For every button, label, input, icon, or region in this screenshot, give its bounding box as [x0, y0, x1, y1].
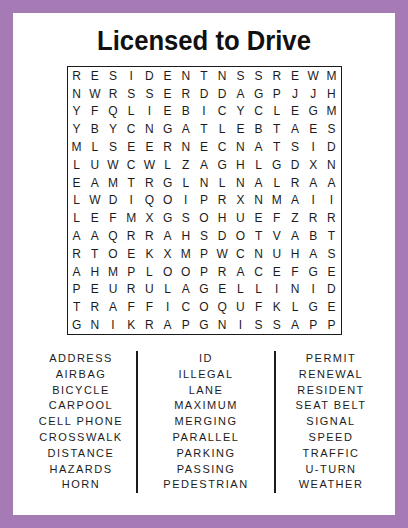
- grid-cell: G: [304, 103, 322, 121]
- word-item: SEAT BELT: [276, 398, 386, 414]
- word-list-column: PERMITRENEWALRESIDENTSEAT BELTSIGNALSPEE…: [276, 351, 386, 493]
- grid-cell: P: [304, 316, 322, 334]
- word-item: WEATHER: [276, 477, 386, 493]
- grid-cell: Q: [140, 192, 158, 210]
- grid-cell: P: [195, 263, 213, 281]
- grid-cell: L: [213, 174, 231, 192]
- grid-cell: C: [213, 138, 231, 156]
- puzzle-title: Licensed to Drive: [23, 26, 386, 57]
- word-item: PASSING: [138, 462, 274, 478]
- grid-cell: W: [213, 245, 231, 263]
- grid-cell: D: [104, 192, 122, 210]
- grid-cell: R: [159, 138, 177, 156]
- grid-cell: C: [250, 103, 268, 121]
- grid-cell: S: [104, 138, 122, 156]
- word-item: BICYCLE: [26, 383, 136, 399]
- grid-cell: S: [250, 316, 268, 334]
- grid-cell: W: [140, 156, 158, 174]
- grid-cell: G: [268, 156, 286, 174]
- grid-cell: M: [322, 67, 340, 85]
- grid-cell: A: [86, 227, 104, 245]
- grid-cell: G: [195, 316, 213, 334]
- grid-cell: U: [231, 298, 249, 316]
- grid-cell: A: [177, 120, 195, 138]
- grid-cell: L: [68, 192, 86, 210]
- word-item: ID: [138, 351, 274, 367]
- grid-cell: E: [86, 281, 104, 299]
- grid-cell: O: [195, 298, 213, 316]
- grid-cell: H: [86, 263, 104, 281]
- grid-cell: R: [68, 245, 86, 263]
- grid-cell: G: [250, 85, 268, 103]
- grid-cell: P: [122, 263, 140, 281]
- grid-cell: R: [213, 263, 231, 281]
- grid-cell: I: [122, 192, 140, 210]
- grid-cell: G: [159, 174, 177, 192]
- word-item: AIRBAG: [26, 367, 136, 383]
- word-item: PARALLEL: [138, 430, 274, 446]
- word-item: SIGNAL: [276, 414, 386, 430]
- grid-cell: X: [159, 245, 177, 263]
- grid-cell: S: [250, 67, 268, 85]
- word-item: ILLEGAL: [138, 367, 274, 383]
- grid-cell: E: [159, 103, 177, 121]
- grid-cell: A: [304, 245, 322, 263]
- grid-cell: D: [140, 67, 158, 85]
- grid-cell: T: [195, 67, 213, 85]
- grid-cell: D: [213, 85, 231, 103]
- grid-cell: K: [122, 316, 140, 334]
- grid-cell: E: [286, 67, 304, 85]
- grid-cell: W: [86, 85, 104, 103]
- grid-cell: L: [250, 281, 268, 299]
- grid-cell: H: [231, 156, 249, 174]
- grid-cell: Z: [286, 209, 304, 227]
- grid-cell: X: [304, 156, 322, 174]
- grid-cell: L: [140, 263, 158, 281]
- grid-cell: E: [86, 209, 104, 227]
- grid-cell: O: [104, 245, 122, 263]
- word-search-grid: RESIDENTNSSREWMNWRSSERDDAGPJJHYFQLIEBICY…: [67, 66, 342, 335]
- word-list-column: ADDRESSAIRBAGBICYCLECARPOOLCELL PHONECRO…: [26, 351, 136, 493]
- grid-cell: S: [195, 227, 213, 245]
- grid-cell: S: [268, 316, 286, 334]
- grid-cell: B: [250, 120, 268, 138]
- grid-cell: O: [231, 227, 249, 245]
- word-item: CROSSWALK: [26, 430, 136, 446]
- grid-cell: H: [177, 227, 195, 245]
- grid-cell: L: [286, 298, 304, 316]
- grid-cell: Z: [177, 156, 195, 174]
- word-item: RESIDENT: [276, 383, 386, 399]
- grid-cell: L: [213, 120, 231, 138]
- word-item: MAXIMUM: [138, 398, 274, 414]
- grid-cell: E: [122, 138, 140, 156]
- grid-cell: N: [250, 192, 268, 210]
- grid-cell: A: [159, 316, 177, 334]
- grid-cell: F: [286, 263, 304, 281]
- grid-cell: T: [268, 120, 286, 138]
- grid-cell: C: [250, 263, 268, 281]
- grid-cell: U: [268, 245, 286, 263]
- grid-cell: W: [104, 156, 122, 174]
- grid-cell: S: [231, 67, 249, 85]
- grid-cell: E: [122, 245, 140, 263]
- grid-cell: Q: [104, 227, 122, 245]
- grid-cell: F: [86, 103, 104, 121]
- grid-cell: R: [268, 67, 286, 85]
- grid-cell: L: [268, 174, 286, 192]
- grid-cell: P: [177, 316, 195, 334]
- grid-cell: N: [231, 138, 249, 156]
- word-item: U-TURN: [276, 462, 386, 478]
- grid-cell: X: [231, 192, 249, 210]
- grid-cell: A: [231, 263, 249, 281]
- grid-cell: O: [177, 263, 195, 281]
- grid-cell: X: [140, 209, 158, 227]
- grid-cell: C: [122, 156, 140, 174]
- grid-cell: Q: [213, 298, 231, 316]
- grid-cell: G: [195, 281, 213, 299]
- grid-cell: S: [104, 67, 122, 85]
- grid-cell: S: [322, 120, 340, 138]
- grid-cell: I: [177, 192, 195, 210]
- word-item: PERMIT: [276, 351, 386, 367]
- puzzle-sheet: Licensed to Drive RESIDENTNSSREWMNWRSSER…: [13, 13, 395, 515]
- grid-cell: P: [195, 245, 213, 263]
- grid-cell: B: [177, 103, 195, 121]
- grid-cell: R: [140, 227, 158, 245]
- grid-cell: I: [231, 316, 249, 334]
- grid-cell: T: [68, 298, 86, 316]
- word-item: PARKING: [138, 446, 274, 462]
- grid-cell: P: [322, 316, 340, 334]
- grid-cell: C: [231, 245, 249, 263]
- grid-cell: I: [322, 192, 340, 210]
- grid-cell: S: [140, 85, 158, 103]
- grid-cell: P: [68, 281, 86, 299]
- grid-cell: V: [268, 227, 286, 245]
- grid-cell: N: [231, 174, 249, 192]
- grid-cell: H: [213, 209, 231, 227]
- grid-cell: M: [104, 263, 122, 281]
- grid-cell: E: [86, 67, 104, 85]
- grid-cell: T: [195, 120, 213, 138]
- grid-cell: E: [322, 263, 340, 281]
- word-item: MERGING: [138, 414, 274, 430]
- grid-cell: N: [286, 281, 304, 299]
- grid-cell: E: [68, 174, 86, 192]
- grid-cell: U: [231, 209, 249, 227]
- grid-cell: U: [140, 281, 158, 299]
- grid-cell: P: [195, 192, 213, 210]
- grid-cell: L: [86, 138, 104, 156]
- grid-cell: K: [140, 245, 158, 263]
- grid-cell: D: [195, 85, 213, 103]
- grid-cell: B: [86, 120, 104, 138]
- grid-cell: L: [231, 281, 249, 299]
- grid-cell: L: [68, 209, 86, 227]
- grid-cell: Y: [68, 103, 86, 121]
- grid-cell: E: [250, 209, 268, 227]
- grid-cell: D: [322, 281, 340, 299]
- word-item: PEDESTRIAN: [138, 477, 274, 493]
- grid-cell: H: [286, 245, 304, 263]
- grid-cell: G: [68, 316, 86, 334]
- grid-cell: N: [250, 245, 268, 263]
- grid-cell: L: [68, 156, 86, 174]
- grid-cell: S: [177, 209, 195, 227]
- grid-cell: M: [322, 103, 340, 121]
- grid-cell: M: [104, 174, 122, 192]
- grid-cell: E: [304, 120, 322, 138]
- word-item: CELL PHONE: [26, 414, 136, 430]
- grid-cell: E: [268, 263, 286, 281]
- grid-cell: M: [68, 138, 86, 156]
- grid-cell: A: [322, 174, 340, 192]
- word-item: HORN: [26, 477, 136, 493]
- grid-cell: A: [177, 281, 195, 299]
- grid-cell: A: [104, 298, 122, 316]
- grid-cell: C: [122, 120, 140, 138]
- grid-cell: O: [195, 209, 213, 227]
- grid-cell: R: [322, 209, 340, 227]
- grid-cell: I: [304, 192, 322, 210]
- grid-cell: M: [177, 245, 195, 263]
- grid-cell: U: [104, 281, 122, 299]
- grid-cell: A: [159, 227, 177, 245]
- word-item: HAZARDS: [26, 462, 136, 478]
- grid-cell: A: [286, 227, 304, 245]
- grid-cell: R: [122, 281, 140, 299]
- grid-cell: A: [286, 316, 304, 334]
- grid-cell: G: [213, 156, 231, 174]
- grid-cell: F: [140, 298, 158, 316]
- grid-cell: G: [304, 263, 322, 281]
- grid-cell: I: [140, 103, 158, 121]
- grid-cell: E: [159, 67, 177, 85]
- grid-cell: R: [104, 85, 122, 103]
- grid-cell: I: [268, 281, 286, 299]
- grid-cell: R: [304, 209, 322, 227]
- grid-cell: I: [304, 138, 322, 156]
- grid-cell: K: [268, 298, 286, 316]
- grid-cell: T: [86, 245, 104, 263]
- grid-cell: R: [140, 174, 158, 192]
- grid-cell: I: [304, 281, 322, 299]
- grid-cell: R: [68, 67, 86, 85]
- grid-cell: P: [268, 85, 286, 103]
- grid-cell: T: [322, 227, 340, 245]
- grid-cell: T: [250, 227, 268, 245]
- grid-cell: D: [322, 138, 340, 156]
- grid-cell: F: [104, 209, 122, 227]
- word-item: SPEED: [276, 430, 386, 446]
- grid-cell: R: [177, 85, 195, 103]
- grid-cell: N: [195, 174, 213, 192]
- grid-cell: D: [213, 227, 231, 245]
- grid-cell: T: [122, 174, 140, 192]
- grid-cell: G: [159, 209, 177, 227]
- grid-cell: S: [322, 245, 340, 263]
- grid-cell: E: [286, 103, 304, 121]
- word-item: TRAFFIC: [276, 446, 386, 462]
- grid-cell: E: [231, 120, 249, 138]
- grid-cell: O: [159, 263, 177, 281]
- grid-cell: A: [250, 174, 268, 192]
- word-item: LANE: [138, 383, 274, 399]
- grid-cell: S: [286, 138, 304, 156]
- grid-cell: G: [304, 298, 322, 316]
- word-item: DISTANCE: [26, 446, 136, 462]
- grid-cell: N: [322, 156, 340, 174]
- grid-cell: Y: [104, 120, 122, 138]
- grid-cell: A: [286, 120, 304, 138]
- grid-cell: T: [268, 138, 286, 156]
- grid-cell: A: [195, 156, 213, 174]
- grid-cell: J: [286, 85, 304, 103]
- grid-cell: H: [322, 85, 340, 103]
- grid-cell: O: [159, 192, 177, 210]
- grid-cell: N: [68, 85, 86, 103]
- grid-cell: E: [159, 85, 177, 103]
- grid-cell: E: [195, 138, 213, 156]
- grid-cell: N: [213, 316, 231, 334]
- grid-cell: I: [195, 103, 213, 121]
- grid-cell: R: [86, 298, 104, 316]
- grid-cell: A: [250, 138, 268, 156]
- grid-cell: R: [122, 227, 140, 245]
- grid-cell: A: [231, 85, 249, 103]
- grid-cell: L: [250, 156, 268, 174]
- grid-cell: D: [286, 156, 304, 174]
- word-list: ADDRESSAIRBAGBICYCLECARPOOLCELL PHONECRO…: [26, 351, 382, 493]
- grid-cell: A: [68, 227, 86, 245]
- grid-cell: L: [177, 174, 195, 192]
- grid-cell: N: [177, 67, 195, 85]
- grid-cell: F: [268, 209, 286, 227]
- grid-cell: L: [159, 281, 177, 299]
- grid-cell: A: [286, 192, 304, 210]
- word-item: CARPOOL: [26, 398, 136, 414]
- grid-cell: F: [122, 298, 140, 316]
- grid-cell: J: [304, 85, 322, 103]
- grid-cell: N: [86, 316, 104, 334]
- grid-cell: C: [213, 103, 231, 121]
- grid-cell: E: [140, 138, 158, 156]
- grid-cell: M: [122, 209, 140, 227]
- grid-cell: Y: [68, 120, 86, 138]
- grid-cell: R: [140, 316, 158, 334]
- grid-cell: I: [159, 298, 177, 316]
- grid-cell: A: [68, 263, 86, 281]
- grid-cell: C: [177, 298, 195, 316]
- page-frame: Licensed to Drive RESIDENTNSSREWMNWRSSER…: [0, 0, 408, 528]
- grid-cell: F: [250, 298, 268, 316]
- grid-cell: W: [86, 192, 104, 210]
- grid-cell: M: [268, 192, 286, 210]
- grid-cell: S: [122, 85, 140, 103]
- grid-cell: I: [104, 316, 122, 334]
- grid-cell: N: [177, 138, 195, 156]
- grid-cell: G: [159, 120, 177, 138]
- grid-cell: R: [213, 192, 231, 210]
- grid-cell: E: [322, 298, 340, 316]
- grid-cell: E: [213, 281, 231, 299]
- grid-cell: R: [286, 174, 304, 192]
- grid-cell: L: [159, 156, 177, 174]
- grid-cell: L: [122, 103, 140, 121]
- grid-cell: B: [304, 227, 322, 245]
- grid-cell: L: [268, 103, 286, 121]
- grid-cell: Y: [231, 103, 249, 121]
- word-item: RENEWAL: [276, 367, 386, 383]
- grid-cell: N: [213, 67, 231, 85]
- grid-cell: W: [304, 67, 322, 85]
- word-list-column: IDILLEGALLANEMAXIMUMMERGINGPARALLELPARKI…: [136, 351, 276, 493]
- grid-cell: Q: [104, 103, 122, 121]
- grid-cell: N: [140, 120, 158, 138]
- grid-cell: A: [86, 174, 104, 192]
- grid-cell: I: [122, 67, 140, 85]
- word-item: ADDRESS: [26, 351, 136, 367]
- grid-cell: A: [304, 174, 322, 192]
- grid-cell: U: [86, 156, 104, 174]
